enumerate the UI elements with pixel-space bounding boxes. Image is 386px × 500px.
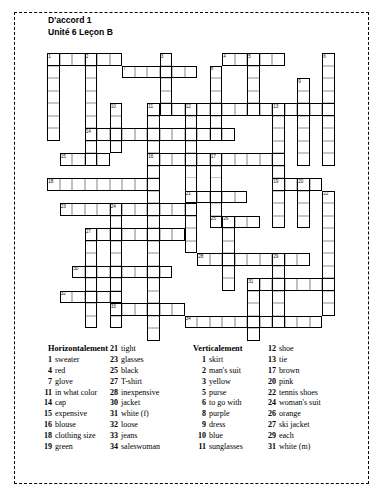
grid-cell[interactable] — [272, 141, 285, 154]
grid-cell[interactable] — [222, 53, 235, 66]
grid-cell[interactable] — [160, 228, 173, 241]
grid-cell[interactable] — [97, 128, 110, 141]
grid-cell[interactable] — [160, 128, 173, 141]
grid-cell[interactable] — [72, 291, 85, 304]
grid-cell[interactable] — [210, 128, 223, 141]
grid-cell[interactable] — [272, 316, 285, 329]
grid-cell[interactable] — [297, 141, 310, 154]
clue-number: 5 — [182, 388, 206, 397]
grid-cell[interactable] — [72, 203, 85, 216]
grid-cell[interactable] — [310, 178, 323, 191]
grid-cell[interactable] — [272, 203, 285, 216]
clue-text: purse — [209, 388, 226, 397]
grid-cell[interactable] — [210, 253, 223, 266]
grid-cell[interactable] — [222, 228, 235, 241]
clue-number: 8 — [182, 409, 206, 418]
clue-text: white (m) — [279, 442, 310, 451]
grid-cell[interactable] — [160, 53, 173, 66]
grid-cell[interactable] — [47, 128, 60, 141]
grid-cell[interactable] — [260, 153, 273, 166]
grid-cell[interactable] — [297, 78, 310, 91]
grid-cell[interactable] — [297, 103, 310, 116]
grid-cell[interactable] — [247, 153, 260, 166]
grid-cell[interactable] — [147, 66, 160, 79]
grid-cell[interactable] — [185, 191, 198, 204]
crossword-grid: 1471114151618192123252728303132333423568… — [47, 53, 335, 341]
grid-cell[interactable] — [185, 228, 198, 241]
grid-cell[interactable] — [72, 266, 85, 279]
grid-cell[interactable] — [297, 178, 310, 191]
grid-cell[interactable] — [85, 128, 98, 141]
grid-cell[interactable] — [110, 216, 123, 229]
grid-cell[interactable] — [210, 91, 223, 104]
grid-cell[interactable] — [85, 53, 98, 66]
grid-cell[interactable] — [60, 153, 73, 166]
grid-cell[interactable] — [47, 53, 60, 66]
clue-item: 16blouse — [38, 420, 97, 431]
grid-cell[interactable] — [185, 316, 198, 329]
grid-cell[interactable] — [322, 128, 335, 141]
grid-cell[interactable] — [172, 66, 185, 79]
grid-cell[interactable] — [147, 153, 160, 166]
grid-cell[interactable] — [210, 78, 223, 91]
clue-number: 16 — [38, 420, 52, 429]
grid-cell[interactable] — [172, 153, 185, 166]
grid-cell[interactable] — [322, 116, 335, 129]
grid-cell[interactable] — [147, 291, 160, 304]
grid-cell[interactable] — [122, 128, 135, 141]
grid-cell[interactable] — [272, 128, 285, 141]
grid-cell[interactable] — [260, 316, 273, 329]
clue-text: T-shirt — [121, 377, 142, 386]
grid-cell[interactable] — [235, 191, 248, 204]
clue-text: jeans — [121, 431, 137, 440]
clue-item: 12shoe — [262, 344, 321, 355]
grid-cell[interactable] — [322, 266, 335, 279]
grid-cell[interactable] — [210, 191, 223, 204]
grid-cell[interactable] — [85, 316, 98, 329]
grid-cell[interactable] — [172, 103, 185, 116]
grid-cell[interactable] — [235, 53, 248, 66]
grid-cell[interactable] — [85, 266, 98, 279]
grid-cell[interactable] — [97, 266, 110, 279]
grid-cell[interactable] — [97, 291, 110, 304]
grid-cell[interactable] — [297, 91, 310, 104]
down-clues-column-2: 12shoe13tie17brown20pink22tennis shoes24… — [262, 344, 321, 453]
clue-number: 13 — [262, 355, 276, 364]
grid-cell[interactable] — [297, 203, 310, 216]
grid-cell[interactable] — [197, 103, 210, 116]
clue-number: 10 — [182, 431, 206, 440]
grid-cell[interactable] — [85, 153, 98, 166]
grid-cell[interactable] — [47, 78, 60, 91]
grid-cell[interactable] — [285, 103, 298, 116]
grid-cell[interactable] — [110, 291, 123, 304]
grid-cell[interactable] — [247, 303, 260, 316]
clue-item: 22tennis shoes — [262, 388, 321, 399]
grid-cell[interactable] — [135, 203, 148, 216]
grid-cell[interactable] — [147, 178, 160, 191]
grid-cell[interactable] — [85, 241, 98, 254]
grid-cell[interactable] — [222, 128, 235, 141]
grid-cell[interactable] — [322, 241, 335, 254]
grid-cell[interactable] — [160, 103, 173, 116]
clue-number: 11 — [182, 442, 206, 451]
clue-number: 2 — [182, 366, 206, 375]
grid-cell[interactable] — [110, 228, 123, 241]
grid-cell[interactable] — [85, 66, 98, 79]
grid-cell[interactable] — [322, 216, 335, 229]
grid-cell[interactable] — [310, 278, 323, 291]
grid-cell[interactable] — [272, 253, 285, 266]
grid-cell[interactable] — [210, 116, 223, 129]
grid-cell[interactable] — [210, 103, 223, 116]
grid-cell[interactable] — [135, 128, 148, 141]
grid-cell[interactable] — [197, 316, 210, 329]
clue-text: to go with — [209, 398, 241, 407]
clue-item: 2man's suit — [182, 366, 243, 377]
clue-item: 19green — [38, 442, 97, 453]
clue-text: woman's suit — [279, 398, 321, 407]
grid-cell[interactable] — [85, 228, 98, 241]
grid-cell[interactable] — [322, 141, 335, 154]
grid-cell[interactable] — [172, 303, 185, 316]
grid-cell[interactable] — [247, 216, 260, 229]
grid-cell[interactable] — [260, 103, 273, 116]
grid-cell[interactable] — [85, 91, 98, 104]
grid-cell[interactable] — [47, 66, 60, 79]
clue-text: in what color — [55, 388, 97, 397]
clue-number: 23 — [104, 355, 118, 364]
clue-text: jacket — [121, 398, 140, 407]
grid-cell[interactable] — [122, 203, 135, 216]
grid-cell[interactable] — [97, 228, 110, 241]
clue-number: 14 — [38, 398, 52, 407]
grid-cell[interactable] — [210, 66, 223, 79]
grid-cell[interactable] — [297, 316, 310, 329]
grid-cell[interactable] — [147, 241, 160, 254]
grid-cell[interactable] — [147, 203, 160, 216]
grid-cell[interactable] — [260, 253, 273, 266]
grid-cell[interactable] — [110, 303, 123, 316]
grid-cell[interactable] — [322, 191, 335, 204]
clue-item: 21tight — [104, 344, 160, 355]
grid-cell[interactable] — [322, 303, 335, 316]
grid-cell[interactable] — [222, 278, 235, 291]
grid-cell[interactable] — [297, 116, 310, 129]
grid-cell[interactable] — [147, 253, 160, 266]
grid-cell[interactable] — [147, 303, 160, 316]
clue-item: 27ski jacket — [262, 420, 321, 431]
grid-cell[interactable] — [110, 266, 123, 279]
clue-item: 13tie — [262, 355, 321, 366]
grid-cell[interactable] — [122, 66, 135, 79]
grid-cell[interactable] — [110, 278, 123, 291]
grid-cell[interactable] — [85, 103, 98, 116]
grid-cell[interactable] — [135, 178, 148, 191]
grid-cell[interactable] — [185, 216, 198, 229]
grid-cell[interactable] — [85, 141, 98, 154]
grid-cell[interactable] — [172, 203, 185, 216]
grid-cell[interactable] — [85, 178, 98, 191]
grid-cell[interactable] — [197, 191, 210, 204]
clue-number: 21 — [104, 344, 118, 353]
clue-number: 1 — [182, 355, 206, 364]
grid-cell[interactable] — [147, 266, 160, 279]
grid-cell[interactable] — [272, 103, 285, 116]
grid-cell[interactable] — [235, 216, 248, 229]
grid-cell[interactable] — [122, 228, 135, 241]
grid-cell[interactable] — [97, 178, 110, 191]
clue-item: 10blue — [182, 431, 243, 442]
grid-cell[interactable] — [322, 253, 335, 266]
grid-cell[interactable] — [297, 191, 310, 204]
grid-cell[interactable] — [60, 178, 73, 191]
grid-cell[interactable] — [85, 291, 98, 304]
grid-cell[interactable] — [47, 103, 60, 116]
clue-text: expensive — [55, 409, 87, 418]
clue-item: 15expensive — [38, 409, 97, 420]
grid-cell[interactable] — [110, 103, 123, 116]
grid-cell[interactable] — [222, 216, 235, 229]
grid-cell[interactable] — [160, 266, 173, 279]
clue-text: clothing size — [55, 431, 96, 440]
worksheet-page: D'accord 1 Unité 6 Leçon B 1471114151618… — [0, 0, 386, 500]
grid-cell[interactable] — [272, 266, 285, 279]
grid-cell[interactable] — [322, 228, 335, 241]
grid-cell[interactable] — [110, 316, 123, 329]
grid-cell[interactable] — [210, 166, 223, 179]
grid-cell[interactable] — [172, 128, 185, 141]
clue-item: 25black — [104, 366, 160, 377]
grid-cell[interactable] — [72, 178, 85, 191]
grid-cell[interactable] — [272, 278, 285, 291]
grid-cell[interactable] — [272, 153, 285, 166]
grid-cell[interactable] — [297, 153, 310, 166]
grid-cell[interactable] — [47, 116, 60, 129]
clue-number: 20 — [262, 377, 276, 386]
grid-cell[interactable] — [97, 153, 110, 166]
grid-cell[interactable] — [160, 78, 173, 91]
grid-cell[interactable] — [60, 291, 73, 304]
grid-cell[interactable] — [122, 266, 135, 279]
grid-cell[interactable] — [60, 53, 73, 66]
grid-cell[interactable] — [260, 278, 273, 291]
clue-text: shoe — [279, 344, 294, 353]
down-clues-column-1: 1skirt2man's suit3yellow5purse6to go wit… — [182, 355, 243, 453]
clue-item: 8purple — [182, 409, 243, 420]
grid-cell[interactable] — [185, 241, 198, 254]
grid-cell[interactable] — [210, 316, 223, 329]
grid-cell[interactable] — [285, 278, 298, 291]
across-clues-title: Horizontalement — [48, 344, 108, 353]
grid-cell[interactable] — [285, 316, 298, 329]
grid-cell[interactable] — [85, 203, 98, 216]
grid-cell[interactable] — [247, 291, 260, 304]
grid-cell[interactable] — [322, 91, 335, 104]
clue-text: tie — [279, 355, 287, 364]
grid-cell[interactable] — [197, 128, 210, 141]
grid-cell[interactable] — [135, 266, 148, 279]
grid-cell[interactable] — [185, 116, 198, 129]
grid-cell[interactable] — [110, 53, 123, 66]
clue-item: 17brown — [262, 366, 321, 377]
grid-cell[interactable] — [272, 216, 285, 229]
grid-cell[interactable] — [322, 291, 335, 304]
clue-item: 29each — [262, 431, 321, 442]
grid-cell[interactable] — [247, 78, 260, 91]
grid-cell[interactable] — [197, 253, 210, 266]
grid-cell[interactable] — [160, 203, 173, 216]
grid-cell[interactable] — [247, 278, 260, 291]
clue-item: 34saleswoman — [104, 442, 160, 453]
grid-cell[interactable] — [172, 228, 185, 241]
grid-cell[interactable] — [297, 216, 310, 229]
clue-text: ski jacket — [279, 420, 309, 429]
grid-cell[interactable] — [110, 178, 123, 191]
grid-cell[interactable] — [322, 103, 335, 116]
grid-cell[interactable] — [272, 291, 285, 304]
grid-cell[interactable] — [272, 178, 285, 191]
grid-cell[interactable] — [72, 53, 85, 66]
grid-cell[interactable] — [97, 203, 110, 216]
grid-cell[interactable] — [147, 328, 160, 341]
grid-cell[interactable] — [247, 316, 260, 329]
grid-cell[interactable] — [185, 66, 198, 79]
grid-cell[interactable] — [235, 253, 248, 266]
grid-cell[interactable] — [247, 328, 260, 341]
grid-cell[interactable] — [110, 141, 123, 154]
clue-number: 6 — [182, 398, 206, 407]
grid-cell[interactable] — [185, 166, 198, 179]
grid-cell[interactable] — [322, 53, 335, 66]
grid-cell[interactable] — [310, 316, 323, 329]
grid-cell[interactable] — [85, 78, 98, 91]
grid-cell[interactable] — [247, 53, 260, 66]
grid-cell[interactable] — [260, 53, 273, 66]
grid-cell[interactable] — [135, 303, 148, 316]
grid-cell[interactable] — [85, 303, 98, 316]
grid-cell[interactable] — [122, 303, 135, 316]
grid-cell[interactable] — [85, 116, 98, 129]
grid-cell[interactable] — [272, 116, 285, 129]
grid-cell[interactable] — [297, 278, 310, 291]
grid-cell[interactable] — [247, 91, 260, 104]
clue-number: 7 — [38, 377, 52, 386]
grid-cell[interactable] — [147, 166, 160, 179]
grid-cell[interactable] — [160, 66, 173, 79]
grid-cell[interactable] — [160, 303, 173, 316]
grid-cell[interactable] — [197, 153, 210, 166]
grid-cell[interactable] — [110, 241, 123, 254]
grid-cell[interactable] — [310, 103, 323, 116]
grid-cell[interactable] — [235, 153, 248, 166]
grid-cell[interactable] — [122, 178, 135, 191]
grid-cell[interactable] — [247, 103, 260, 116]
grid-cell[interactable] — [222, 191, 235, 204]
grid-cell[interactable] — [272, 191, 285, 204]
grid-cell[interactable] — [222, 153, 235, 166]
grid-cell[interactable] — [222, 241, 235, 254]
grid-cell[interactable] — [147, 103, 160, 116]
grid-cell[interactable] — [110, 116, 123, 129]
grid-cell[interactable] — [322, 278, 335, 291]
clue-text: sunglasses — [209, 442, 243, 451]
grid-cell[interactable] — [235, 103, 248, 116]
grid-cell[interactable] — [60, 203, 73, 216]
clue-number: 24 — [262, 398, 276, 407]
grid-cell[interactable] — [210, 153, 223, 166]
grid-cell[interactable] — [97, 53, 110, 66]
grid-cell[interactable] — [147, 141, 160, 154]
grid-cell[interactable] — [110, 203, 123, 216]
clue-number: 11 — [38, 388, 52, 397]
grid-cell[interactable] — [85, 253, 98, 266]
grid-cell[interactable] — [272, 53, 285, 66]
grid-cell[interactable] — [222, 316, 235, 329]
grid-cell[interactable] — [147, 116, 160, 129]
grid-cell[interactable] — [210, 216, 223, 229]
grid-cell[interactable] — [235, 316, 248, 329]
grid-cell[interactable] — [285, 178, 298, 191]
grid-cell[interactable] — [72, 153, 85, 166]
clue-item: 5purse — [182, 388, 243, 399]
grid-cell[interactable] — [222, 266, 235, 279]
clue-number: 28 — [104, 388, 118, 397]
grid-cell[interactable] — [185, 153, 198, 166]
grid-cell[interactable] — [285, 253, 298, 266]
grid-cell[interactable] — [147, 216, 160, 229]
grid-cell[interactable] — [185, 128, 198, 141]
grid-cell[interactable] — [322, 66, 335, 79]
grid-cell[interactable] — [47, 178, 60, 191]
grid-cell[interactable] — [147, 128, 160, 141]
grid-cell[interactable] — [322, 78, 335, 91]
grid-cell[interactable] — [297, 128, 310, 141]
grid-cell[interactable] — [147, 191, 160, 204]
grid-cell[interactable] — [272, 166, 285, 179]
grid-cell[interactable] — [160, 153, 173, 166]
clue-item: 30jacket — [104, 398, 160, 409]
grid-cell[interactable] — [297, 253, 310, 266]
grid-cell[interactable] — [185, 141, 198, 154]
grid-cell[interactable] — [135, 228, 148, 241]
grid-cell[interactable] — [147, 228, 160, 241]
grid-cell[interactable] — [222, 253, 235, 266]
grid-cell[interactable] — [247, 66, 260, 79]
grid-cell[interactable] — [185, 203, 198, 216]
grid-cell[interactable] — [272, 303, 285, 316]
grid-cell[interactable] — [110, 253, 123, 266]
grid-cell[interactable] — [222, 103, 235, 116]
grid-cell[interactable] — [47, 91, 60, 104]
clue-text: tennis shoes — [279, 388, 318, 397]
clue-number: 19 — [38, 442, 52, 451]
grid-cell[interactable] — [147, 316, 160, 329]
grid-cell[interactable] — [322, 203, 335, 216]
grid-cell[interactable] — [147, 278, 160, 291]
grid-cell[interactable] — [85, 278, 98, 291]
grid-cell[interactable] — [247, 253, 260, 266]
grid-cell[interactable] — [322, 153, 335, 166]
grid-cell[interactable] — [135, 66, 148, 79]
grid-cell[interactable] — [160, 91, 173, 104]
clue-text: blue — [209, 431, 223, 440]
grid-cell[interactable] — [110, 128, 123, 141]
title-line-2: Unité 6 Leçon B — [48, 26, 113, 38]
grid-cell[interactable] — [210, 203, 223, 216]
grid-cell[interactable] — [185, 103, 198, 116]
